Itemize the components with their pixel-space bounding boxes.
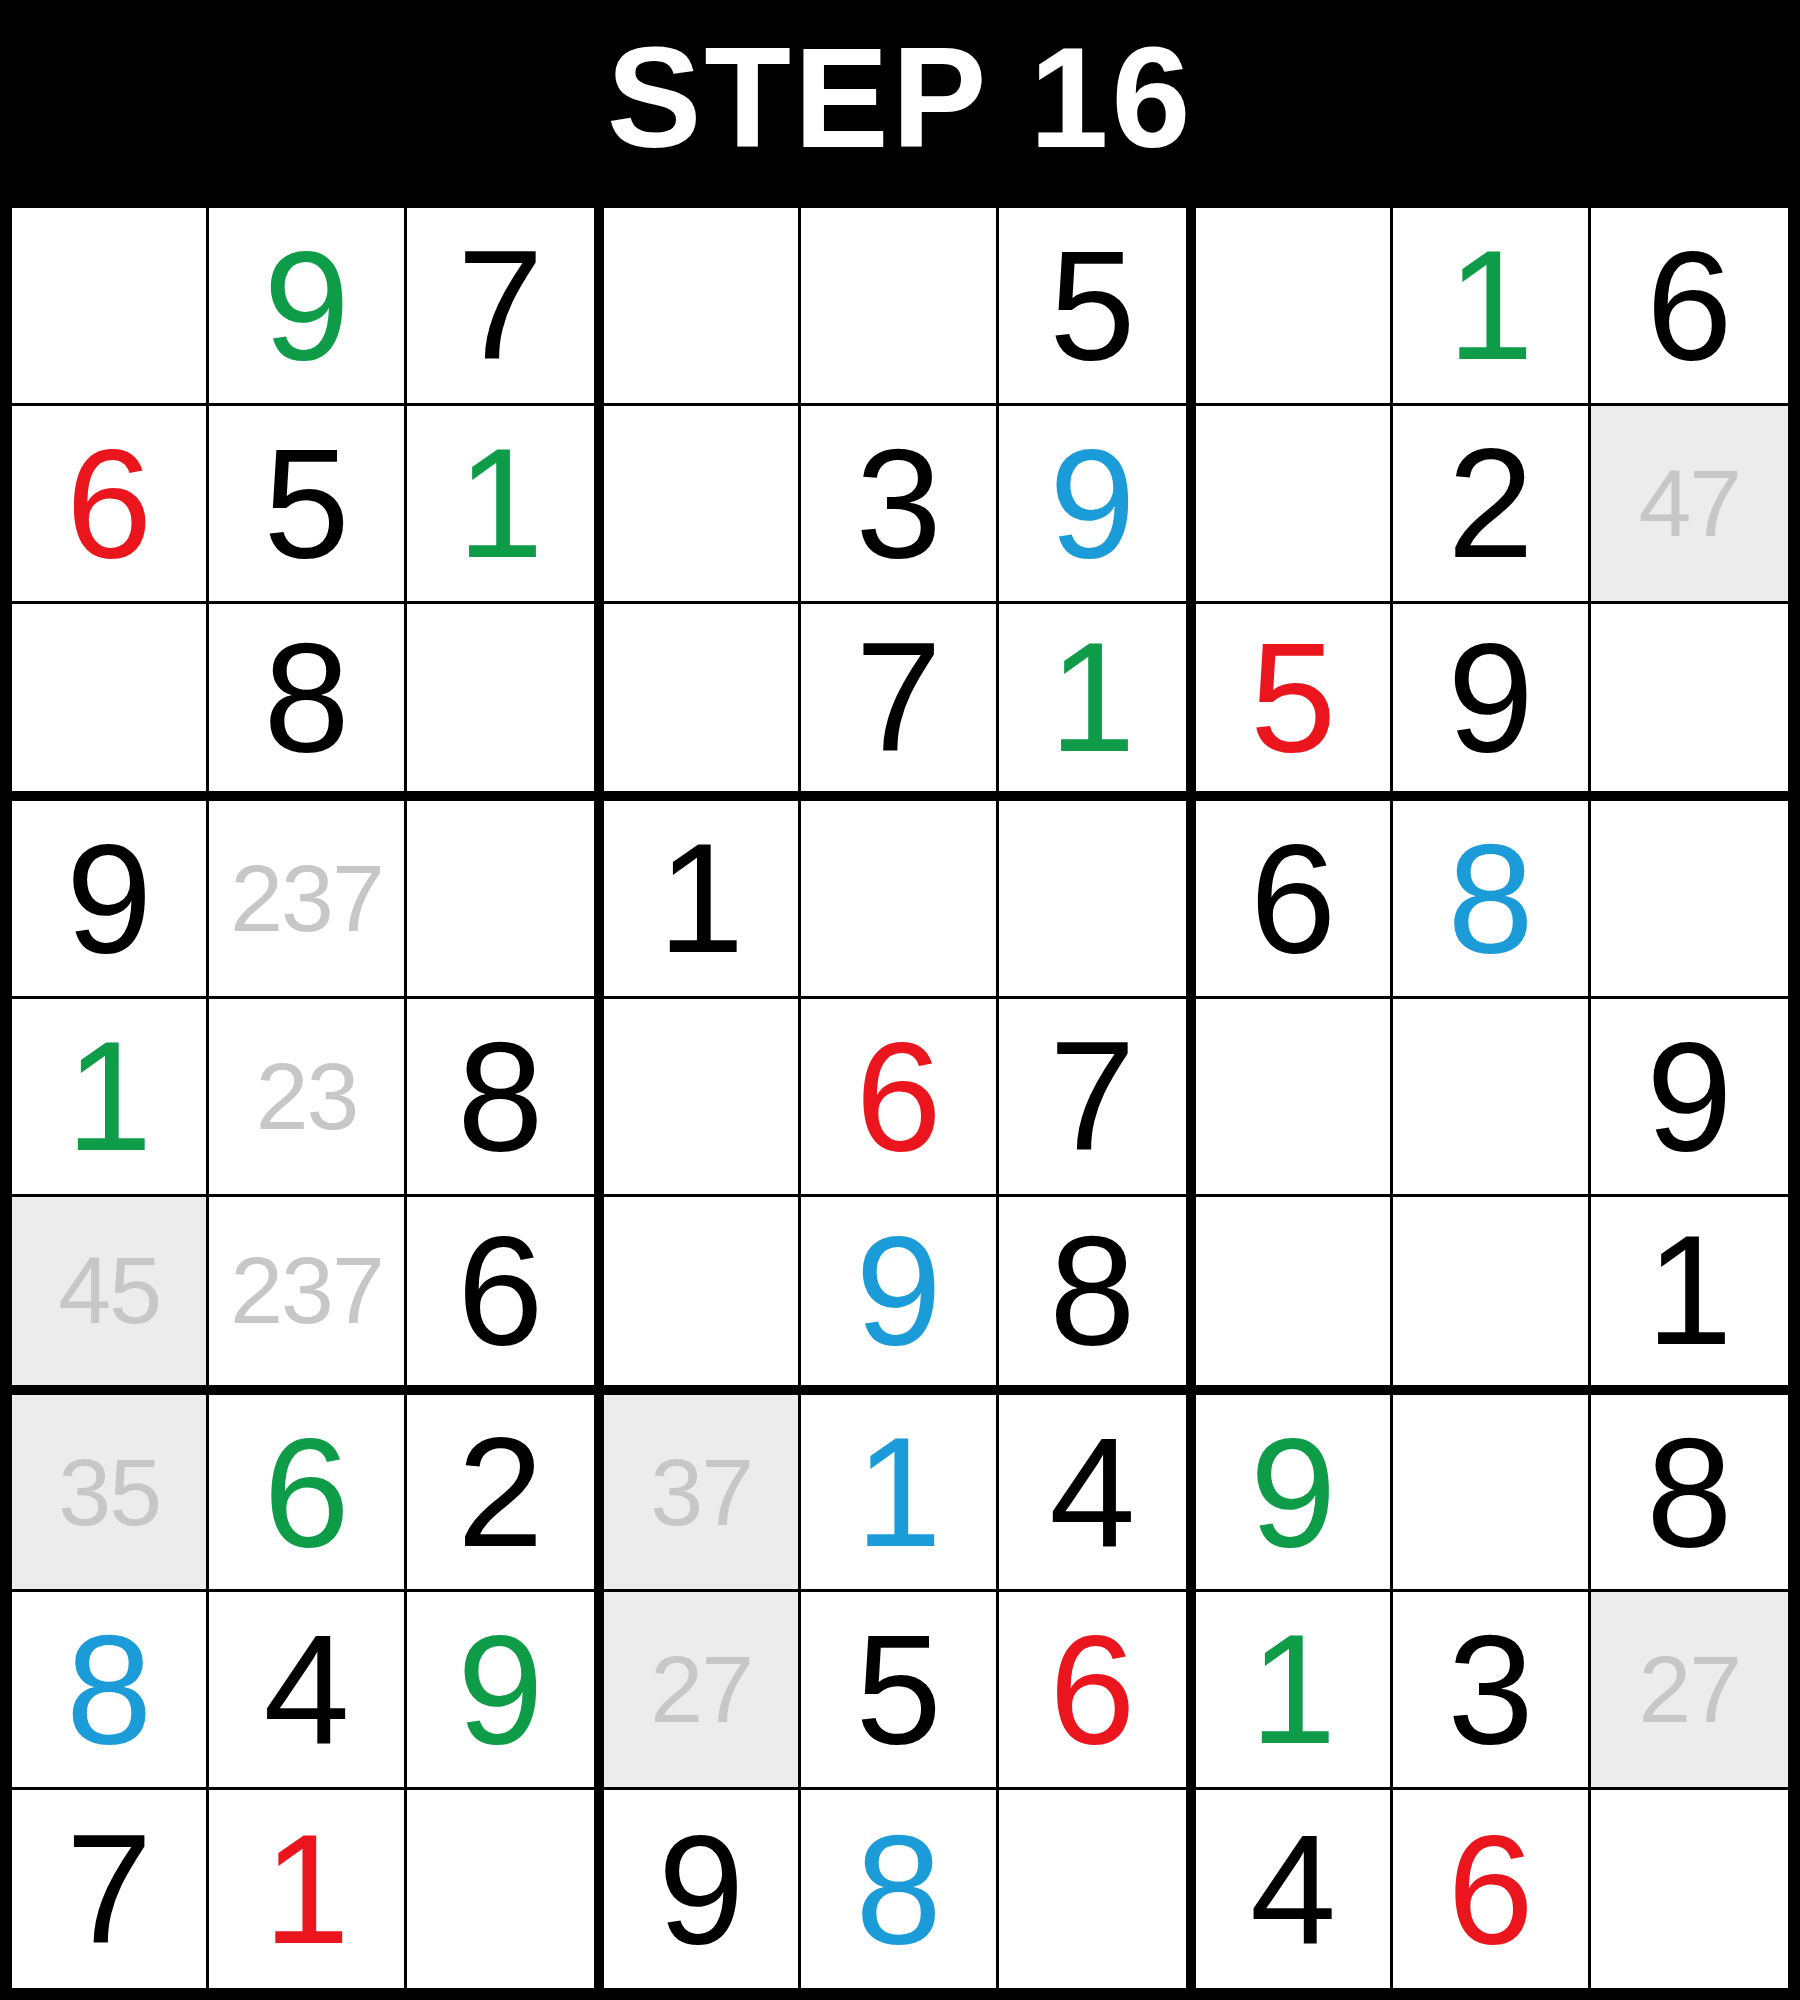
cell-r9c9[interactable]: [1591, 1790, 1788, 1988]
cell-r3c4[interactable]: [604, 604, 801, 802]
cell-r2c2[interactable]: 5: [209, 406, 406, 604]
cell-r4c1[interactable]: 9: [12, 801, 209, 999]
cell-r8c6[interactable]: 6: [999, 1592, 1196, 1790]
page-title: STEP 16: [607, 27, 1194, 169]
cell-r8c3[interactable]: 9: [407, 1592, 604, 1790]
cell-r5c1[interactable]: 1: [12, 999, 209, 1197]
cell-r2c3[interactable]: 1: [407, 406, 604, 604]
cell-r1c8[interactable]: 1: [1393, 208, 1590, 406]
cell-r4c6[interactable]: [999, 801, 1196, 999]
cell-r9c6[interactable]: [999, 1790, 1196, 1988]
cell-r2c7[interactable]: [1196, 406, 1393, 604]
cell-r9c4[interactable]: 9: [604, 1790, 801, 1988]
cell-r7c2[interactable]: 6: [209, 1395, 406, 1593]
cell-r1c9[interactable]: 6: [1591, 208, 1788, 406]
cell-r7c1[interactable]: 35: [12, 1395, 209, 1593]
cell-r5c3[interactable]: 8: [407, 999, 604, 1197]
cell-r6c5[interactable]: 9: [801, 1197, 998, 1395]
cell-r7c5[interactable]: 1: [801, 1395, 998, 1593]
cell-r4c4[interactable]: 1: [604, 801, 801, 999]
cell-r3c8[interactable]: 9: [1393, 604, 1590, 802]
cell-r3c2[interactable]: 8: [209, 604, 406, 802]
cell-r3c9[interactable]: [1591, 604, 1788, 802]
cell-r2c1[interactable]: 6: [12, 406, 209, 604]
cell-r2c6[interactable]: 9: [999, 406, 1196, 604]
cell-r1c2[interactable]: 9: [209, 208, 406, 406]
cell-r2c5[interactable]: 3: [801, 406, 998, 604]
cell-r6c7[interactable]: [1196, 1197, 1393, 1395]
cell-r9c5[interactable]: 8: [801, 1790, 998, 1988]
cell-r6c2[interactable]: 237: [209, 1197, 406, 1395]
cell-r7c7[interactable]: 9: [1196, 1395, 1393, 1593]
cell-r8c5[interactable]: 5: [801, 1592, 998, 1790]
cell-r5c5[interactable]: 6: [801, 999, 998, 1197]
cell-r4c3[interactable]: [407, 801, 604, 999]
cell-r4c9[interactable]: [1591, 801, 1788, 999]
cell-r4c8[interactable]: 8: [1393, 801, 1590, 999]
cell-r3c6[interactable]: 1: [999, 604, 1196, 802]
cell-r1c7[interactable]: [1196, 208, 1393, 406]
cell-r3c1[interactable]: [12, 604, 209, 802]
cell-r8c7[interactable]: 1: [1196, 1592, 1393, 1790]
cell-r5c6[interactable]: 7: [999, 999, 1196, 1197]
cell-r4c7[interactable]: 6: [1196, 801, 1393, 999]
cell-r1c5[interactable]: [801, 208, 998, 406]
cell-r8c9[interactable]: 27: [1591, 1592, 1788, 1790]
cell-r7c4[interactable]: 37: [604, 1395, 801, 1593]
cell-r3c3[interactable]: [407, 604, 604, 802]
cell-r9c8[interactable]: 6: [1393, 1790, 1590, 1988]
cell-r4c2[interactable]: 237: [209, 801, 406, 999]
cell-r6c3[interactable]: 6: [407, 1197, 604, 1395]
cell-r8c2[interactable]: 4: [209, 1592, 406, 1790]
cell-r8c8[interactable]: 3: [1393, 1592, 1590, 1790]
cell-r9c1[interactable]: 7: [12, 1790, 209, 1988]
cell-r7c6[interactable]: 4: [999, 1395, 1196, 1593]
cell-r5c9[interactable]: 9: [1591, 999, 1788, 1197]
cell-r5c7[interactable]: [1196, 999, 1393, 1197]
cell-r4c5[interactable]: [801, 801, 998, 999]
cell-r1c1[interactable]: [12, 208, 209, 406]
cell-r2c9[interactable]: 47: [1591, 406, 1788, 604]
cell-r5c4[interactable]: [604, 999, 801, 1197]
cell-r6c9[interactable]: 1: [1591, 1197, 1788, 1395]
cell-r5c8[interactable]: [1393, 999, 1590, 1197]
cell-r7c3[interactable]: 2: [407, 1395, 604, 1593]
cell-r9c2[interactable]: 1: [209, 1790, 406, 1988]
cell-r3c7[interactable]: 5: [1196, 604, 1393, 802]
cell-r2c4[interactable]: [604, 406, 801, 604]
cell-r6c6[interactable]: 8: [999, 1197, 1196, 1395]
cell-r9c3[interactable]: [407, 1790, 604, 1988]
cell-r6c4[interactable]: [604, 1197, 801, 1395]
cell-r8c4[interactable]: 27: [604, 1592, 801, 1790]
cell-r7c8[interactable]: [1393, 1395, 1590, 1593]
cell-r5c2[interactable]: 23: [209, 999, 406, 1197]
cell-r3c5[interactable]: 7: [801, 604, 998, 802]
cell-r2c8[interactable]: 2: [1393, 406, 1590, 604]
cell-r1c4[interactable]: [604, 208, 801, 406]
cell-r9c7[interactable]: 4: [1196, 1790, 1393, 1988]
sudoku-step-diagram: STEP 16 97516651392478715992371681238679…: [0, 0, 1800, 2000]
cell-r8c1[interactable]: 8: [12, 1592, 209, 1790]
title-bar: STEP 16: [0, 0, 1800, 196]
cell-r1c3[interactable]: 7: [407, 208, 604, 406]
cell-r1c6[interactable]: 5: [999, 208, 1196, 406]
cell-r6c1[interactable]: 45: [12, 1197, 209, 1395]
cell-r7c9[interactable]: 8: [1591, 1395, 1788, 1593]
sudoku-board: 9751665139247871599237168123867945237698…: [0, 196, 1800, 2000]
cell-r6c8[interactable]: [1393, 1197, 1590, 1395]
